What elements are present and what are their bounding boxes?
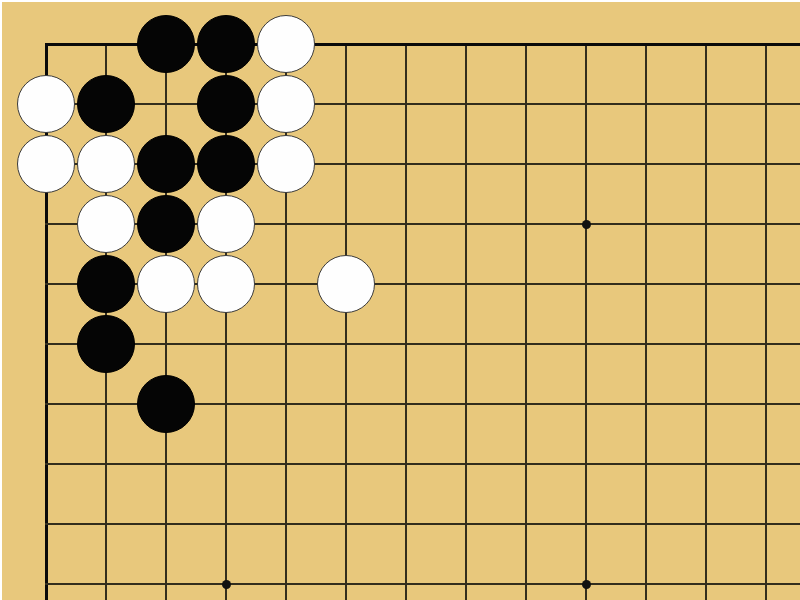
- go-board[interactable]: [0, 0, 800, 600]
- white-stone[interactable]: [257, 15, 315, 73]
- white-stone[interactable]: [197, 195, 255, 253]
- go-board-diagram: [0, 0, 800, 600]
- black-stone[interactable]: [77, 315, 135, 373]
- star-point: [582, 580, 591, 589]
- black-stone[interactable]: [77, 255, 135, 313]
- grid-line-h: [45, 523, 800, 525]
- window-edge-top: [0, 0, 800, 2]
- white-stone[interactable]: [77, 195, 135, 253]
- white-stone[interactable]: [77, 135, 135, 193]
- grid-line-h: [45, 103, 800, 105]
- white-stone[interactable]: [197, 255, 255, 313]
- black-stone[interactable]: [137, 15, 195, 73]
- grid-line-h: [45, 463, 800, 465]
- grid-line-v: [705, 43, 707, 600]
- grid-line-h: [45, 583, 800, 585]
- black-stone[interactable]: [77, 75, 135, 133]
- grid-line-v: [345, 43, 347, 600]
- grid-line-h: [45, 343, 800, 345]
- black-stone[interactable]: [137, 135, 195, 193]
- grid-line-v: [525, 43, 527, 600]
- white-stone[interactable]: [257, 135, 315, 193]
- white-stone[interactable]: [257, 75, 315, 133]
- white-stone[interactable]: [137, 255, 195, 313]
- black-stone[interactable]: [197, 135, 255, 193]
- black-stone[interactable]: [197, 75, 255, 133]
- black-stone[interactable]: [197, 15, 255, 73]
- grid-line-v: [405, 43, 407, 600]
- white-stone[interactable]: [17, 75, 75, 133]
- window-edge-left: [0, 0, 2, 600]
- black-stone[interactable]: [137, 375, 195, 433]
- star-point: [582, 220, 591, 229]
- white-stone[interactable]: [317, 255, 375, 313]
- black-stone[interactable]: [137, 195, 195, 253]
- white-stone[interactable]: [17, 135, 75, 193]
- grid-line-v: [765, 43, 767, 600]
- grid-line-v: [465, 43, 467, 600]
- star-point: [222, 580, 231, 589]
- grid-line-v: [645, 43, 647, 600]
- grid-line-v: [165, 43, 167, 600]
- grid-line-v: [585, 43, 587, 600]
